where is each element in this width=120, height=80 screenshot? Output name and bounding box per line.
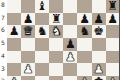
black-pawn-h7: ♟ <box>107 13 118 26</box>
white-pawn-h2: ♟ <box>107 76 118 80</box>
black-pawn-f7: ♟ <box>79 13 90 26</box>
square-f4[interactable] <box>77 51 91 64</box>
square-h4[interactable] <box>106 51 120 64</box>
square-h6[interactable] <box>106 25 120 38</box>
square-d2[interactable] <box>49 76 63 80</box>
white-pawn-e4: ♟ <box>65 51 76 64</box>
square-d6[interactable]: ♞ <box>49 25 63 38</box>
black-king-g6: ♚ <box>93 25 104 38</box>
white-king-g2: ♚ <box>93 76 104 80</box>
square-c7[interactable] <box>35 13 49 26</box>
square-g5[interactable] <box>92 38 106 51</box>
square-g3[interactable]: ♟ <box>92 63 106 76</box>
square-a2[interactable]: ♟ <box>7 76 21 80</box>
square-c4[interactable] <box>35 51 49 64</box>
black-knight-f6: ♞ <box>79 25 90 38</box>
white-pawn-a2: ♟ <box>9 76 20 80</box>
square-h7[interactable]: ♟ <box>106 13 120 26</box>
square-e4[interactable]: ♟ <box>63 51 77 64</box>
square-g4[interactable] <box>92 51 106 64</box>
square-f8[interactable] <box>77 0 91 13</box>
square-e2[interactable] <box>63 76 77 80</box>
square-e5[interactable]: ♟ <box>63 38 77 51</box>
square-h5[interactable] <box>106 38 120 51</box>
square-c6[interactable]: ♞ <box>35 25 49 38</box>
square-c8[interactable]: ♝ <box>35 0 49 13</box>
square-f6[interactable]: ♞ <box>77 25 91 38</box>
white-pawn-f2: ♟ <box>79 76 90 80</box>
rank-label-5: 5 <box>1 39 7 46</box>
square-e3[interactable] <box>63 63 77 76</box>
rank-label-8: 8 <box>1 1 7 8</box>
square-d3[interactable] <box>49 63 63 76</box>
black-knight-c6: ♞ <box>37 25 48 38</box>
square-g6[interactable]: ♚ <box>92 25 106 38</box>
square-b2[interactable] <box>21 76 35 80</box>
black-pawn-b7: ♟ <box>23 13 34 26</box>
square-b8[interactable] <box>21 0 35 13</box>
black-rook-h8: ♜ <box>107 0 118 13</box>
square-b7[interactable]: ♟ <box>21 13 35 26</box>
square-e8[interactable] <box>63 0 77 13</box>
square-g8[interactable] <box>92 0 106 13</box>
square-h2[interactable]: ♟ <box>106 76 120 80</box>
square-b4[interactable] <box>21 51 35 64</box>
rank-label-6: 6 <box>1 26 7 33</box>
rank-label-3: 3 <box>1 65 7 72</box>
square-g2[interactable]: ♚ <box>92 76 106 80</box>
square-d4[interactable] <box>49 51 63 64</box>
square-d5[interactable] <box>49 38 63 51</box>
white-queen-b6: ♛ <box>23 25 34 38</box>
square-e6[interactable] <box>63 25 77 38</box>
square-c5[interactable] <box>35 38 49 51</box>
square-e7[interactable] <box>63 13 77 26</box>
black-pawn-e5: ♟ <box>65 38 76 51</box>
square-h8[interactable]: ♜ <box>106 0 120 13</box>
square-a4[interactable] <box>7 51 21 64</box>
square-c3[interactable] <box>35 63 49 76</box>
chess-diagram: ♝♜♟♜♟♟♟♟♛♞♞♞♚♟♟♟♟♟♟♚♟ 87654321 <box>0 0 120 80</box>
black-pawn-g7: ♟ <box>93 13 104 26</box>
white-pawn-g3: ♟ <box>93 63 104 76</box>
square-a7[interactable] <box>7 13 21 26</box>
square-d7[interactable]: ♜ <box>49 13 63 26</box>
rank-label-4: 4 <box>1 52 7 59</box>
square-f5[interactable] <box>77 38 91 51</box>
square-b6[interactable]: ♛ <box>21 25 35 38</box>
square-h3[interactable] <box>106 63 120 76</box>
square-g7[interactable]: ♟ <box>92 13 106 26</box>
square-f7[interactable]: ♟ <box>77 13 91 26</box>
black-rook-d7: ♜ <box>51 13 62 26</box>
chess-board[interactable]: ♝♜♟♜♟♟♟♟♛♞♞♞♚♟♟♟♟♟♟♚♟ <box>7 0 120 80</box>
square-b5[interactable] <box>21 38 35 51</box>
square-a5[interactable] <box>7 38 21 51</box>
square-f2[interactable]: ♟ <box>77 76 91 80</box>
white-knight-d6: ♞ <box>51 25 62 38</box>
rank-label-7: 7 <box>1 14 7 21</box>
white-pawn-b3: ♟ <box>23 63 34 76</box>
square-a8[interactable] <box>7 0 21 13</box>
black-bishop-c8: ♝ <box>37 0 48 13</box>
square-c2[interactable] <box>35 76 49 80</box>
rank-label-2: 2 <box>1 77 7 80</box>
square-a6[interactable]: ♟ <box>7 25 21 38</box>
square-b3[interactable]: ♟ <box>21 63 35 76</box>
square-f3[interactable] <box>77 63 91 76</box>
square-a3[interactable] <box>7 63 21 76</box>
black-pawn-a6: ♟ <box>9 25 20 38</box>
square-d8[interactable] <box>49 0 63 13</box>
